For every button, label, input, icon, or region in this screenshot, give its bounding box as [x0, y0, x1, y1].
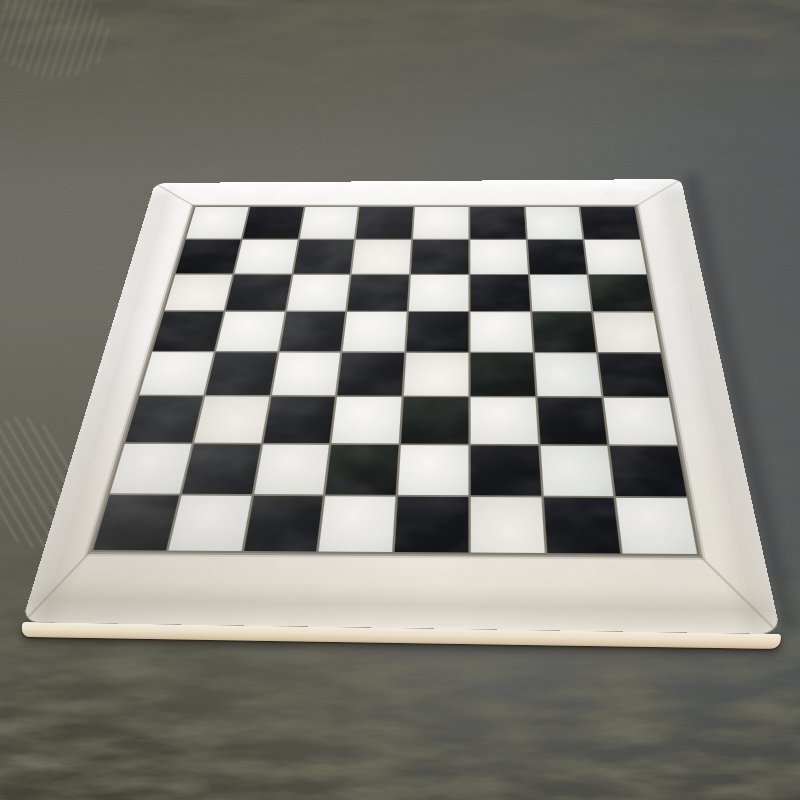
- square-h3[interactable]: [604, 398, 677, 445]
- square-f7[interactable]: [470, 240, 527, 274]
- square-a4[interactable]: [140, 352, 214, 394]
- square-e1[interactable]: [395, 497, 468, 553]
- square-c4[interactable]: [271, 353, 340, 396]
- square-g6[interactable]: [530, 275, 592, 312]
- square-b7[interactable]: [234, 240, 297, 274]
- square-c7[interactable]: [293, 240, 354, 274]
- square-e6[interactable]: [409, 275, 468, 311]
- square-g8[interactable]: [525, 207, 582, 239]
- square-a5[interactable]: [153, 312, 224, 351]
- square-a3[interactable]: [125, 396, 202, 442]
- square-d8[interactable]: [356, 207, 413, 238]
- square-e4[interactable]: [404, 353, 468, 396]
- scene: [0, 0, 800, 800]
- square-h8[interactable]: [581, 207, 640, 239]
- square-c2[interactable]: [254, 444, 330, 495]
- square-g4[interactable]: [534, 353, 601, 396]
- square-b2[interactable]: [182, 444, 261, 494]
- square-f5[interactable]: [470, 312, 532, 351]
- square-a6[interactable]: [165, 274, 233, 310]
- square-c5[interactable]: [279, 312, 345, 351]
- square-h5[interactable]: [594, 313, 661, 353]
- square-b8[interactable]: [243, 207, 303, 238]
- square-g2[interactable]: [540, 445, 614, 496]
- square-c3[interactable]: [263, 396, 335, 442]
- square-e7[interactable]: [411, 240, 468, 274]
- square-d1[interactable]: [319, 496, 396, 551]
- square-f4[interactable]: [470, 353, 534, 396]
- square-a8[interactable]: [186, 207, 248, 238]
- square-e3[interactable]: [401, 397, 468, 443]
- square-f2[interactable]: [470, 445, 540, 496]
- square-f1[interactable]: [470, 497, 544, 553]
- square-a2[interactable]: [110, 443, 191, 493]
- square-a1[interactable]: [93, 495, 179, 550]
- square-h1[interactable]: [616, 498, 697, 554]
- square-a7[interactable]: [176, 239, 241, 273]
- square-c1[interactable]: [243, 496, 323, 551]
- square-f8[interactable]: [470, 207, 525, 239]
- square-f3[interactable]: [470, 397, 537, 444]
- square-b6[interactable]: [225, 274, 290, 310]
- square-d4[interactable]: [338, 353, 405, 396]
- square-d5[interactable]: [343, 312, 407, 351]
- square-b4[interactable]: [205, 352, 276, 395]
- square-d6[interactable]: [348, 275, 409, 311]
- square-g7[interactable]: [527, 240, 586, 274]
- square-d3[interactable]: [332, 397, 402, 443]
- square-h6[interactable]: [589, 275, 653, 312]
- square-h7[interactable]: [585, 240, 647, 274]
- square-b3[interactable]: [194, 396, 269, 442]
- square-c6[interactable]: [286, 274, 349, 310]
- board-squares: [90, 206, 700, 556]
- square-d2[interactable]: [326, 444, 399, 495]
- square-h4[interactable]: [599, 353, 669, 396]
- square-b1[interactable]: [168, 496, 251, 551]
- square-g5[interactable]: [532, 312, 596, 352]
- square-g1[interactable]: [543, 498, 620, 554]
- square-h2[interactable]: [610, 446, 687, 497]
- square-e5[interactable]: [406, 312, 468, 351]
- square-e2[interactable]: [398, 445, 468, 496]
- square-b5[interactable]: [216, 312, 284, 351]
- square-c8[interactable]: [299, 207, 358, 238]
- square-g3[interactable]: [537, 397, 607, 444]
- square-e8[interactable]: [413, 207, 468, 238]
- surface-scuff-marks-top: [0, 0, 116, 86]
- square-d7[interactable]: [352, 240, 411, 274]
- square-f6[interactable]: [470, 275, 530, 312]
